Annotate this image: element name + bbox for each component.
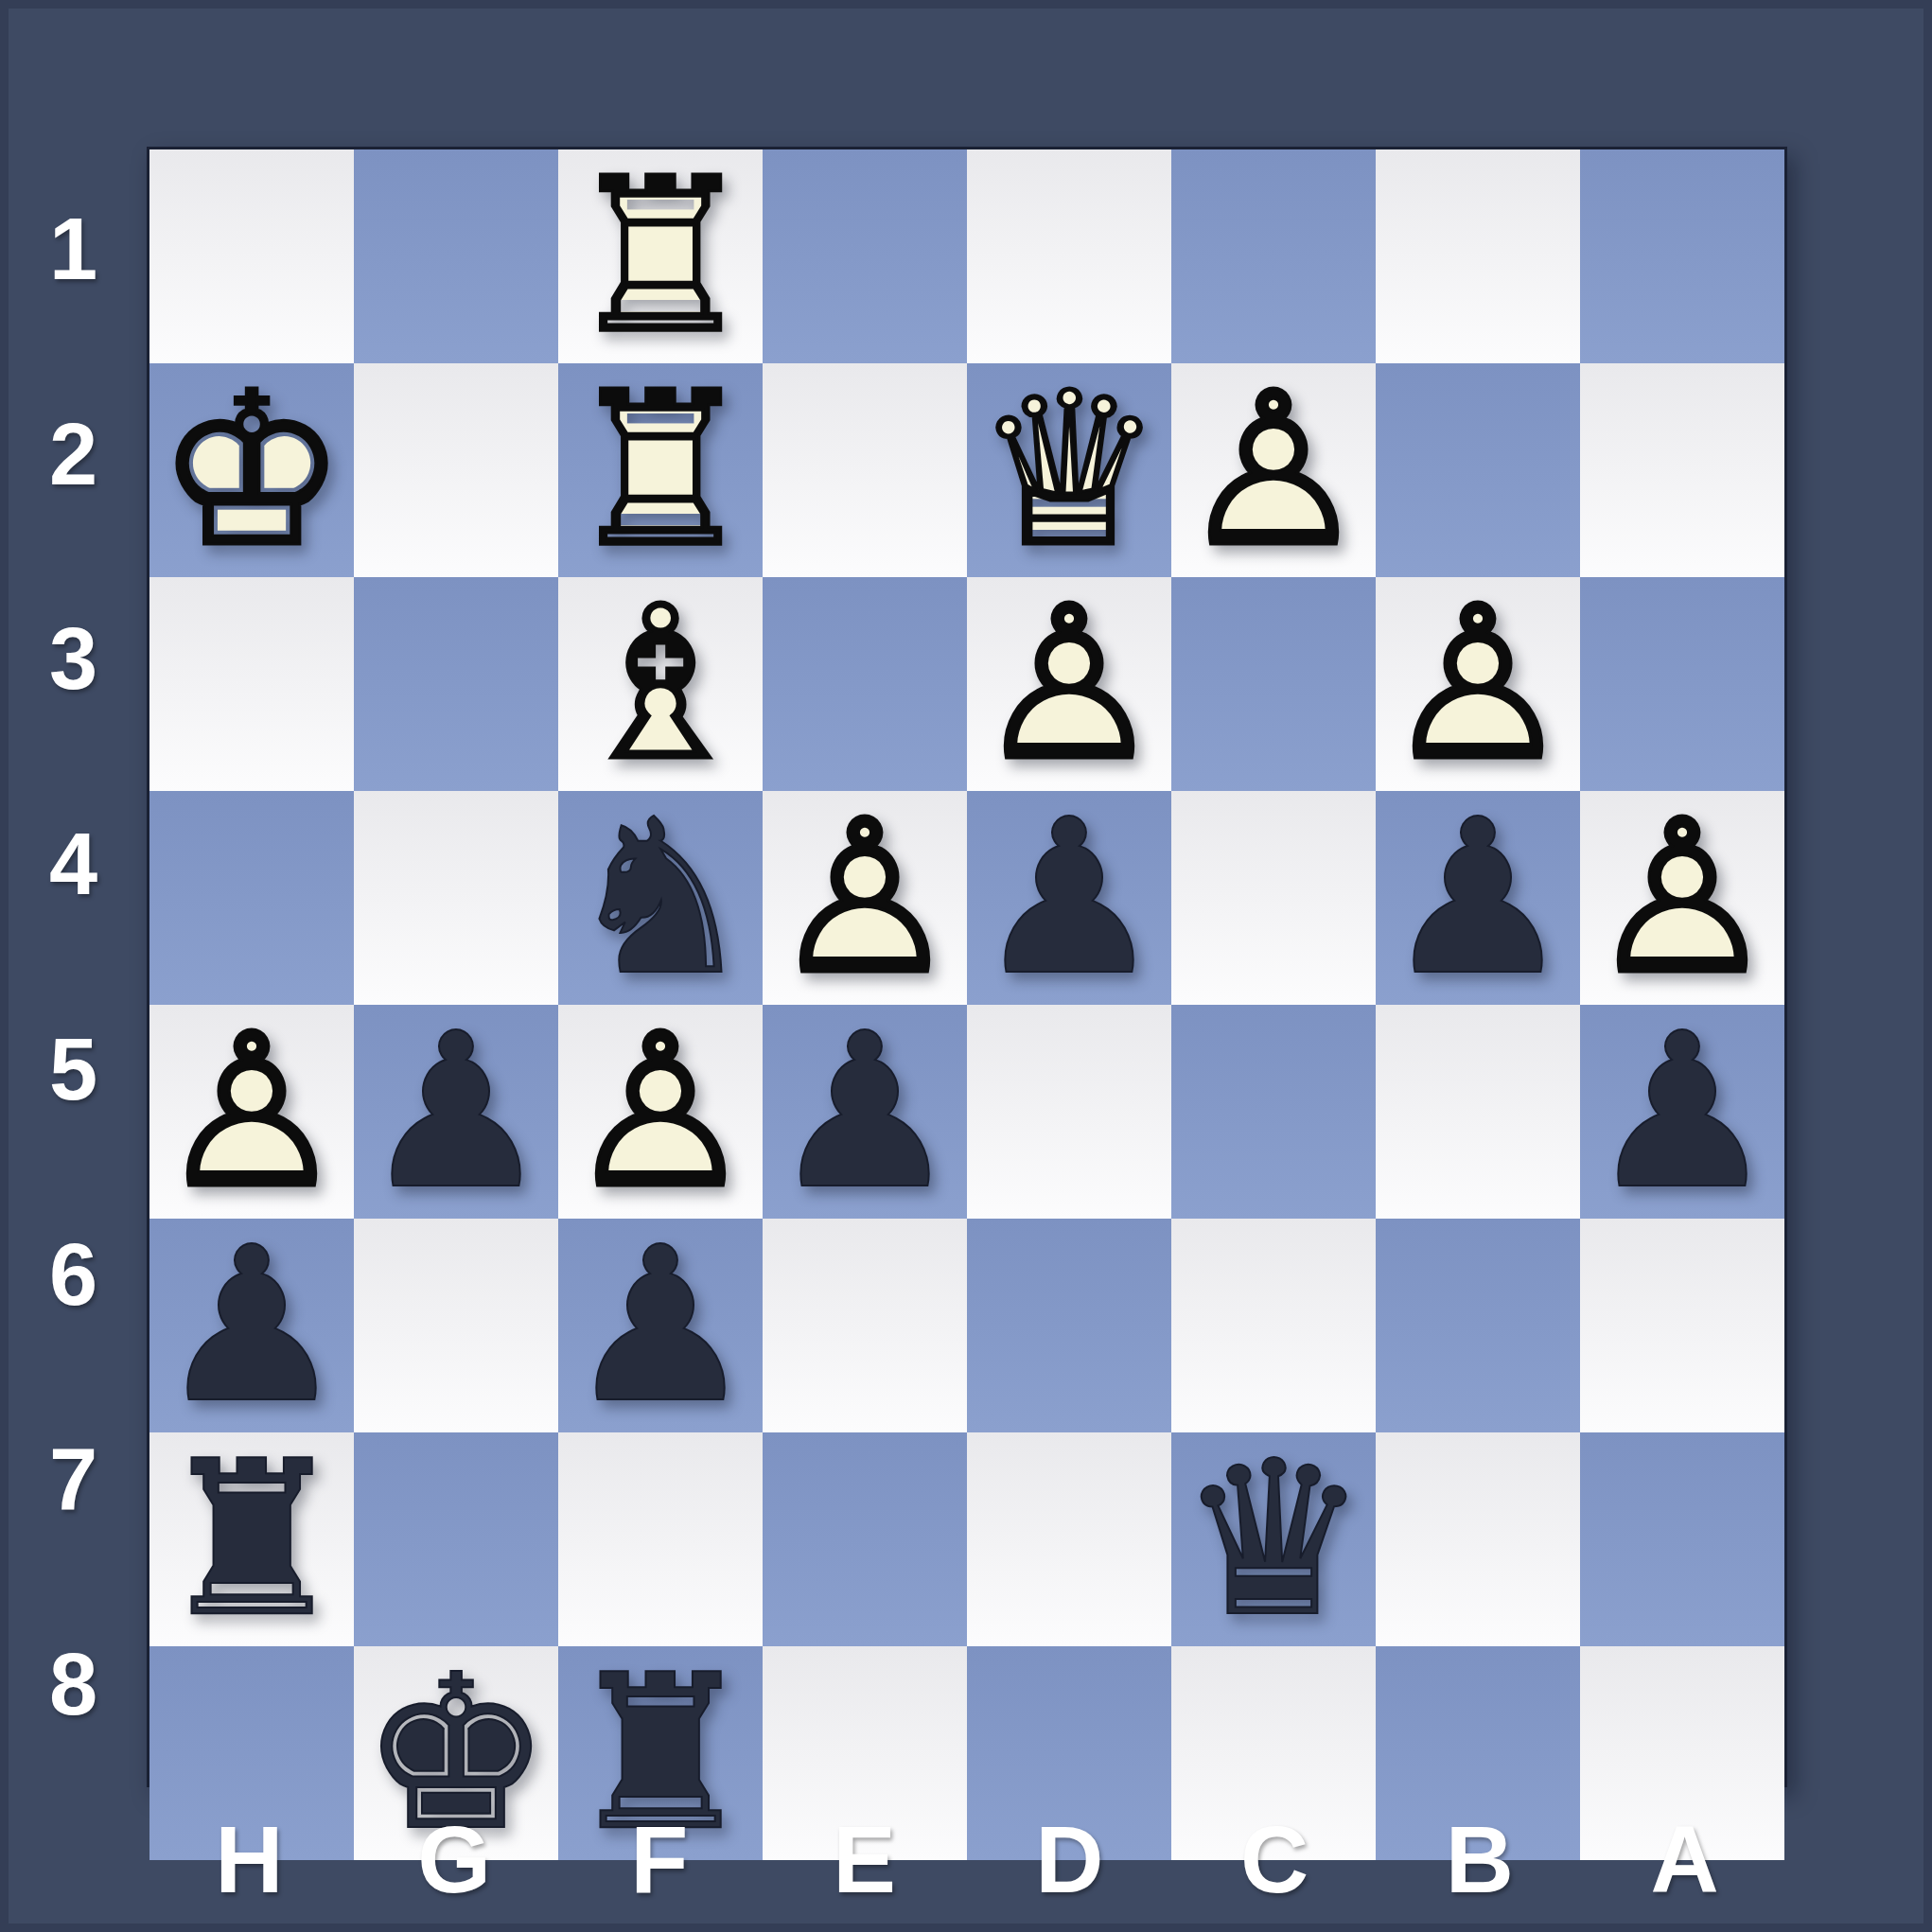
black-pawn-icon: ♟ [1382,791,1574,1005]
chess-board: ♜♖♚♔♜♖♛♕♟♙♝♗♟♙♟♙♞♟♙♟♟♟♙♟♙♟♟♙♟♟♟♟♜♛♚♜ [147,147,1787,1787]
white-pawn-icon: ♟♙ [156,1005,348,1219]
square-f2[interactable]: ♜♖ [558,363,763,577]
square-g4[interactable] [354,791,558,1005]
rank-label-1: 1 [0,147,147,352]
square-c4[interactable] [1171,791,1376,1005]
rank-label-5: 5 [0,967,147,1172]
square-e5[interactable]: ♟ [763,1005,967,1219]
square-a6[interactable] [1580,1219,1784,1432]
black-pawn-icon: ♟ [769,1005,961,1219]
square-e1[interactable] [763,149,967,363]
file-labels: HGFEDCBA [147,1787,1787,1932]
square-b1[interactable] [1376,149,1580,363]
square-d4[interactable]: ♟ [967,791,1171,1005]
chess-diagram: 12345678 ♜♖♚♔♜♖♛♕♟♙♝♗♟♙♟♙♞♟♙♟♟♟♙♟♙♟♟♙♟♟♟… [0,0,1932,1932]
white-king-icon: ♚♔ [156,363,348,577]
square-d6[interactable] [967,1219,1171,1432]
rank-label-3: 3 [0,557,147,763]
rank-labels: 12345678 [0,147,147,1787]
square-f5[interactable]: ♟♙ [558,1005,763,1219]
square-g6[interactable] [354,1219,558,1432]
file-label-f: F [557,1787,763,1932]
square-a2[interactable] [1580,363,1784,577]
square-c5[interactable] [1171,1005,1376,1219]
square-f7[interactable] [558,1432,763,1646]
square-e6[interactable] [763,1219,967,1432]
square-e2[interactable] [763,363,967,577]
square-f1[interactable]: ♜♖ [558,149,763,363]
file-label-g: G [352,1787,557,1932]
square-b3[interactable]: ♟♙ [1376,577,1580,791]
white-pawn-icon: ♟♙ [1587,791,1779,1005]
square-c1[interactable] [1171,149,1376,363]
white-bishop-icon: ♝♗ [565,577,757,791]
square-h2[interactable]: ♚♔ [149,363,354,577]
file-label-h: H [147,1787,352,1932]
square-a5[interactable]: ♟ [1580,1005,1784,1219]
file-label-b: B [1378,1787,1583,1932]
square-g5[interactable]: ♟ [354,1005,558,1219]
white-queen-icon: ♛♕ [974,363,1166,577]
rank-label-2: 2 [0,352,147,557]
square-a1[interactable] [1580,149,1784,363]
square-b7[interactable] [1376,1432,1580,1646]
square-h5[interactable]: ♟♙ [149,1005,354,1219]
white-pawn-icon: ♟♙ [565,1005,757,1219]
file-label-d: D [967,1787,1172,1932]
square-h6[interactable]: ♟ [149,1219,354,1432]
white-pawn-icon: ♟♙ [1382,577,1574,791]
square-f4[interactable]: ♞ [558,791,763,1005]
square-b4[interactable]: ♟ [1376,791,1580,1005]
square-d2[interactable]: ♛♕ [967,363,1171,577]
white-pawn-icon: ♟♙ [769,791,961,1005]
square-g1[interactable] [354,149,558,363]
black-queen-icon: ♛ [1178,1432,1370,1646]
file-label-a: A [1582,1787,1787,1932]
square-e4[interactable]: ♟♙ [763,791,967,1005]
rank-label-7: 7 [0,1378,147,1583]
black-rook-icon: ♜ [156,1432,348,1646]
square-c6[interactable] [1171,1219,1376,1432]
square-b6[interactable] [1376,1219,1580,1432]
square-c2[interactable]: ♟♙ [1171,363,1376,577]
black-pawn-icon: ♟ [360,1005,553,1219]
square-h7[interactable]: ♜ [149,1432,354,1646]
black-pawn-icon: ♟ [1587,1005,1779,1219]
square-h4[interactable] [149,791,354,1005]
square-b5[interactable] [1376,1005,1580,1219]
square-g3[interactable] [354,577,558,791]
black-pawn-icon: ♟ [565,1219,757,1432]
square-e7[interactable] [763,1432,967,1646]
black-pawn-icon: ♟ [156,1219,348,1432]
square-h1[interactable] [149,149,354,363]
square-d7[interactable] [967,1432,1171,1646]
square-a4[interactable]: ♟♙ [1580,791,1784,1005]
square-b2[interactable] [1376,363,1580,577]
rank-label-8: 8 [0,1582,147,1787]
black-pawn-icon: ♟ [974,791,1166,1005]
white-pawn-icon: ♟♙ [974,577,1166,791]
square-h3[interactable] [149,577,354,791]
file-label-e: E [762,1787,967,1932]
square-d3[interactable]: ♟♙ [967,577,1171,791]
rank-label-6: 6 [0,1172,147,1378]
square-e3[interactable] [763,577,967,791]
black-knight-icon: ♞ [565,791,757,1005]
square-c3[interactable] [1171,577,1376,791]
square-a7[interactable] [1580,1432,1784,1646]
square-f3[interactable]: ♝♗ [558,577,763,791]
square-g2[interactable] [354,363,558,577]
square-d5[interactable] [967,1005,1171,1219]
square-g7[interactable] [354,1432,558,1646]
square-f6[interactable]: ♟ [558,1219,763,1432]
white-rook-icon: ♜♖ [565,363,757,577]
rank-label-4: 4 [0,762,147,967]
white-rook-icon: ♜♖ [565,149,757,363]
file-label-c: C [1172,1787,1378,1932]
square-a3[interactable] [1580,577,1784,791]
square-c7[interactable]: ♛ [1171,1432,1376,1646]
square-d1[interactable] [967,149,1171,363]
white-pawn-icon: ♟♙ [1178,363,1370,577]
